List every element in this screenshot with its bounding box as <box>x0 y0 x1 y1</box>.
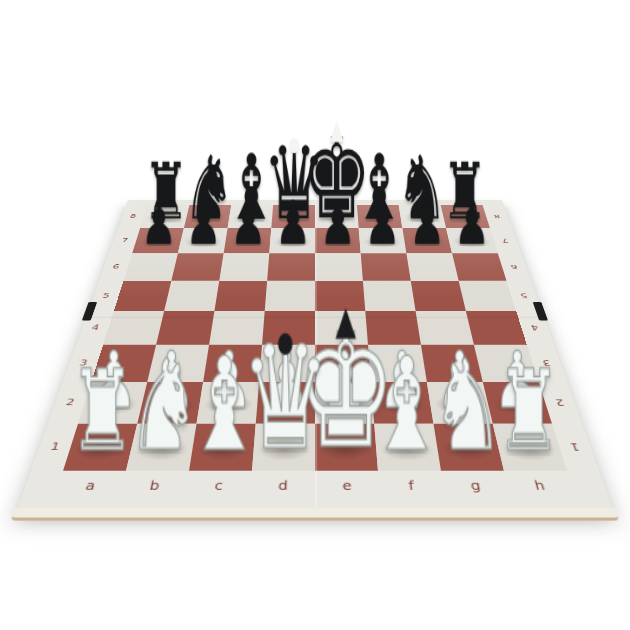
square-g6[interactable] <box>406 253 458 281</box>
chess-board-mat: ♜♞♝♛●♚▲♝♞♜♟♟♟♟♟♟♟♟♟♟♟♟♟♟♟♟♜♞♝♛●♚▲♝♞♜ 876… <box>16 200 614 512</box>
square-f6[interactable] <box>361 253 411 281</box>
square-d7[interactable]: ♟ <box>269 228 315 253</box>
square-a1[interactable]: ♜ <box>63 424 137 471</box>
file-label-a: a <box>54 473 126 499</box>
square-g7[interactable]: ♟ <box>402 228 452 253</box>
file-label-b: b <box>119 473 188 499</box>
square-d6[interactable] <box>267 253 315 281</box>
square-b7[interactable]: ♟ <box>178 228 228 253</box>
square-b6[interactable] <box>171 253 223 281</box>
square-a6[interactable] <box>123 253 177 281</box>
file-label-e: e <box>315 473 380 499</box>
square-a5[interactable] <box>114 281 172 311</box>
chess-set-photo: ♜♞♝♛●♚▲♝♞♜♟♟♟♟♟♟♟♟♟♟♟♟♟♟♟♟♜♞♝♛●♚▲♝♞♜ 876… <box>0 0 630 630</box>
square-e6[interactable] <box>315 253 363 281</box>
square-f7[interactable]: ♟ <box>359 228 407 253</box>
file-label-g: g <box>441 473 510 499</box>
square-c7[interactable]: ♟ <box>224 228 272 253</box>
mat-edge-strip <box>10 508 619 521</box>
file-label-f: f <box>378 473 445 499</box>
file-label-d: d <box>250 473 315 499</box>
square-c6[interactable] <box>219 253 269 281</box>
square-c5[interactable] <box>214 281 267 311</box>
square-b5[interactable] <box>164 281 219 311</box>
square-h1[interactable]: ♜ <box>493 424 567 471</box>
file-label-h: h <box>504 473 576 499</box>
file-label-c: c <box>185 473 252 499</box>
square-e7[interactable]: ♟ <box>315 228 361 253</box>
square-a7[interactable]: ♟ <box>132 228 184 253</box>
square-g5[interactable] <box>411 281 466 311</box>
